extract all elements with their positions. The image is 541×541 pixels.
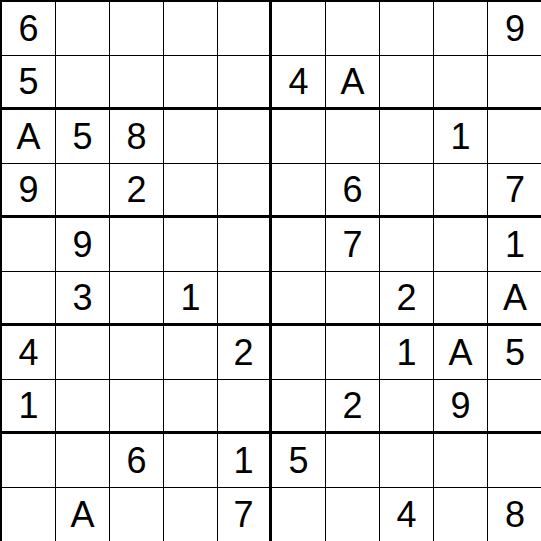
cell-r8c8[interactable] bbox=[380, 380, 434, 434]
cell-r4c9[interactable] bbox=[434, 164, 488, 218]
cell-r8c6[interactable] bbox=[272, 380, 326, 434]
cell-r1c10: 9 bbox=[488, 2, 541, 56]
cell-r10c8: 4 bbox=[380, 488, 434, 541]
cell-r6c1[interactable] bbox=[2, 272, 56, 326]
cell-r1c6[interactable] bbox=[272, 2, 326, 56]
cell-r8c7: 2 bbox=[326, 380, 380, 434]
cell-r9c5: 1 bbox=[218, 434, 272, 488]
cell-r9c8[interactable] bbox=[380, 434, 434, 488]
cell-r6c3[interactable] bbox=[110, 272, 164, 326]
cell-r4c4[interactable] bbox=[164, 164, 218, 218]
cell-r8c5[interactable] bbox=[218, 380, 272, 434]
cell-r4c8[interactable] bbox=[380, 164, 434, 218]
cell-r2c8[interactable] bbox=[380, 56, 434, 110]
cell-r4c6[interactable] bbox=[272, 164, 326, 218]
cell-r1c7[interactable] bbox=[326, 2, 380, 56]
cell-r2c1: 5 bbox=[2, 56, 56, 110]
cell-r7c10: 5 bbox=[488, 326, 541, 380]
cell-r2c7: A bbox=[326, 56, 380, 110]
cell-r10c10: 8 bbox=[488, 488, 541, 541]
cell-r8c1: 1 bbox=[2, 380, 56, 434]
cell-r7c9: A bbox=[434, 326, 488, 380]
cell-r1c4[interactable] bbox=[164, 2, 218, 56]
cell-r10c7[interactable] bbox=[326, 488, 380, 541]
cell-r8c3[interactable] bbox=[110, 380, 164, 434]
cell-r6c2: 3 bbox=[56, 272, 110, 326]
cell-r1c3[interactable] bbox=[110, 2, 164, 56]
cell-r4c7: 6 bbox=[326, 164, 380, 218]
cell-r9c9[interactable] bbox=[434, 434, 488, 488]
cell-r7c7[interactable] bbox=[326, 326, 380, 380]
cell-r2c10[interactable] bbox=[488, 56, 541, 110]
cell-r3c9: 1 bbox=[434, 110, 488, 164]
cell-r6c10: A bbox=[488, 272, 541, 326]
cell-r1c9[interactable] bbox=[434, 2, 488, 56]
cell-r4c1: 9 bbox=[2, 164, 56, 218]
cell-r4c5[interactable] bbox=[218, 164, 272, 218]
cell-r10c9[interactable] bbox=[434, 488, 488, 541]
cell-r10c2: A bbox=[56, 488, 110, 541]
cell-r1c5[interactable] bbox=[218, 2, 272, 56]
cell-r3c2: 5 bbox=[56, 110, 110, 164]
cell-r9c10[interactable] bbox=[488, 434, 541, 488]
cell-r3c7[interactable] bbox=[326, 110, 380, 164]
cell-r3c1: A bbox=[2, 110, 56, 164]
cell-r3c5[interactable] bbox=[218, 110, 272, 164]
cell-r7c6[interactable] bbox=[272, 326, 326, 380]
cell-r7c4[interactable] bbox=[164, 326, 218, 380]
cell-r9c1[interactable] bbox=[2, 434, 56, 488]
cell-r10c3[interactable] bbox=[110, 488, 164, 541]
cell-r7c1: 4 bbox=[2, 326, 56, 380]
cell-r10c4[interactable] bbox=[164, 488, 218, 541]
cell-r2c6: 4 bbox=[272, 56, 326, 110]
cell-r8c10[interactable] bbox=[488, 380, 541, 434]
cell-r4c3: 2 bbox=[110, 164, 164, 218]
cell-r3c8[interactable] bbox=[380, 110, 434, 164]
cell-r5c4[interactable] bbox=[164, 218, 218, 272]
cell-r3c10[interactable] bbox=[488, 110, 541, 164]
cell-r8c4[interactable] bbox=[164, 380, 218, 434]
cell-r2c2[interactable] bbox=[56, 56, 110, 110]
cell-r10c6[interactable] bbox=[272, 488, 326, 541]
cell-r7c2[interactable] bbox=[56, 326, 110, 380]
cell-r5c9[interactable] bbox=[434, 218, 488, 272]
cell-r5c2: 9 bbox=[56, 218, 110, 272]
cell-r5c1[interactable] bbox=[2, 218, 56, 272]
cell-r2c5[interactable] bbox=[218, 56, 272, 110]
cell-r1c8[interactable] bbox=[380, 2, 434, 56]
cell-r7c5: 2 bbox=[218, 326, 272, 380]
cell-r2c3[interactable] bbox=[110, 56, 164, 110]
cell-r8c9: 9 bbox=[434, 380, 488, 434]
cell-r9c3: 6 bbox=[110, 434, 164, 488]
cell-r9c4[interactable] bbox=[164, 434, 218, 488]
cell-r4c2[interactable] bbox=[56, 164, 110, 218]
cell-r6c7[interactable] bbox=[326, 272, 380, 326]
sudoku-board: 6954AA5819267971312A421A5129615A748 bbox=[0, 0, 541, 541]
cell-r10c1[interactable] bbox=[2, 488, 56, 541]
cell-r7c3[interactable] bbox=[110, 326, 164, 380]
cell-r9c6: 5 bbox=[272, 434, 326, 488]
cell-r6c6[interactable] bbox=[272, 272, 326, 326]
cell-r8c2[interactable] bbox=[56, 380, 110, 434]
cell-r3c6[interactable] bbox=[272, 110, 326, 164]
cell-r5c7: 7 bbox=[326, 218, 380, 272]
cell-r6c8: 2 bbox=[380, 272, 434, 326]
cell-r5c3[interactable] bbox=[110, 218, 164, 272]
cell-r5c10: 1 bbox=[488, 218, 541, 272]
cell-r2c9[interactable] bbox=[434, 56, 488, 110]
cell-r7c8: 1 bbox=[380, 326, 434, 380]
cell-r6c5[interactable] bbox=[218, 272, 272, 326]
cell-r1c1: 6 bbox=[2, 2, 56, 56]
cell-r5c8[interactable] bbox=[380, 218, 434, 272]
cell-r5c6[interactable] bbox=[272, 218, 326, 272]
cell-r3c3: 8 bbox=[110, 110, 164, 164]
cell-r9c2[interactable] bbox=[56, 434, 110, 488]
cell-r10c5: 7 bbox=[218, 488, 272, 541]
cell-r4c10: 7 bbox=[488, 164, 541, 218]
cell-r9c7[interactable] bbox=[326, 434, 380, 488]
cell-r3c4[interactable] bbox=[164, 110, 218, 164]
cell-r2c4[interactable] bbox=[164, 56, 218, 110]
cell-r5c5[interactable] bbox=[218, 218, 272, 272]
cell-r1c2[interactable] bbox=[56, 2, 110, 56]
cell-r6c9[interactable] bbox=[434, 272, 488, 326]
cell-r6c4: 1 bbox=[164, 272, 218, 326]
